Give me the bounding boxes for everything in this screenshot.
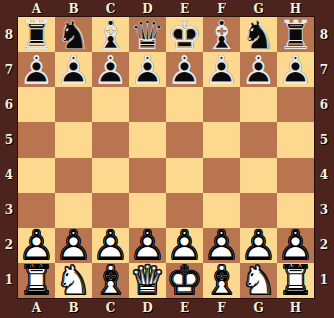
square-a8[interactable]: ♜♖ (18, 17, 55, 52)
square-g7[interactable]: ♟♙ (240, 52, 277, 87)
pawn-glyph-outline: ♙ (55, 52, 92, 87)
rank-labels-left: 87654321 (0, 17, 18, 298)
rook-glyph-fill: ♜ (277, 263, 314, 298)
square-f6[interactable] (203, 87, 240, 122)
pawn-glyph-fill: ♟ (277, 52, 314, 87)
rook-glyph-outline: ♖ (18, 17, 55, 52)
pawn-glyph-outline: ♙ (92, 52, 129, 87)
square-h2[interactable]: ♟♙ (277, 228, 314, 263)
black-pawn[interactable]: ♟♙ (18, 52, 55, 87)
pawn-glyph-outline: ♙ (92, 228, 129, 263)
square-e8[interactable]: ♚♔ (166, 17, 203, 52)
queen-glyph-outline: ♕ (129, 17, 166, 52)
queen-glyph-fill: ♛ (129, 17, 166, 52)
square-d3[interactable] (129, 193, 166, 228)
black-queen[interactable]: ♛♕ (129, 17, 166, 52)
rank-labels-right: 87654321 (314, 17, 334, 298)
white-rook[interactable]: ♜♖ (18, 263, 55, 298)
black-rook[interactable]: ♜♖ (18, 17, 55, 52)
pawn-glyph-fill: ♟ (18, 228, 55, 263)
file-label-bottom-h: H (277, 298, 314, 318)
rank-label-right-7: 7 (314, 52, 334, 87)
file-label-top-e: E (166, 0, 203, 17)
pawn-glyph-outline: ♙ (18, 52, 55, 87)
square-e3[interactable] (166, 193, 203, 228)
square-h5[interactable] (277, 122, 314, 157)
rank-label-left-8: 8 (0, 17, 18, 52)
file-label-bottom-a: A (18, 298, 55, 318)
square-h8[interactable]: ♜♖ (277, 17, 314, 52)
square-h7[interactable]: ♟♙ (277, 52, 314, 87)
pawn-glyph-outline: ♙ (240, 228, 277, 263)
white-queen[interactable]: ♛♕ (129, 263, 166, 298)
file-label-top-b: B (55, 0, 92, 17)
square-f2[interactable]: ♟♙ (203, 228, 240, 263)
square-f8[interactable]: ♝♗ (203, 17, 240, 52)
square-d8[interactable]: ♛♕ (129, 17, 166, 52)
white-pawn[interactable]: ♟♙ (166, 228, 203, 263)
rook-glyph-outline: ♖ (277, 263, 314, 298)
square-c6[interactable] (92, 87, 129, 122)
king-glyph-outline: ♔ (166, 17, 203, 52)
square-c2[interactable]: ♟♙ (92, 228, 129, 263)
bishop-glyph-outline: ♗ (92, 17, 129, 52)
square-c4[interactable] (92, 158, 129, 193)
file-labels-top: ABCDEFGH (18, 0, 314, 17)
pawn-glyph-outline: ♙ (277, 228, 314, 263)
square-a5[interactable] (18, 122, 55, 157)
white-knight[interactable]: ♞♘ (55, 263, 92, 298)
square-d6[interactable] (129, 87, 166, 122)
white-pawn[interactable]: ♟♙ (129, 228, 166, 263)
pawn-glyph-outline: ♙ (129, 52, 166, 87)
knight-glyph-fill: ♞ (55, 263, 92, 298)
square-b5[interactable] (55, 122, 92, 157)
square-h4[interactable] (277, 158, 314, 193)
pawn-glyph-fill: ♟ (55, 228, 92, 263)
queen-glyph-fill: ♛ (129, 263, 166, 298)
pawn-glyph-fill: ♟ (92, 228, 129, 263)
square-c7[interactable]: ♟♙ (92, 52, 129, 87)
square-h1[interactable]: ♜♖ (277, 263, 314, 298)
bishop-glyph-fill: ♝ (92, 17, 129, 52)
rank-label-left-6: 6 (0, 87, 18, 122)
square-d2[interactable]: ♟♙ (129, 228, 166, 263)
square-b7[interactable]: ♟♙ (55, 52, 92, 87)
pawn-glyph-outline: ♙ (240, 52, 277, 87)
file-label-top-c: C (92, 0, 129, 17)
square-d7[interactable]: ♟♙ (129, 52, 166, 87)
black-pawn[interactable]: ♟♙ (129, 52, 166, 87)
pawn-glyph-fill: ♟ (240, 228, 277, 263)
file-label-bottom-d: D (129, 298, 166, 318)
knight-glyph-fill: ♞ (240, 263, 277, 298)
knight-glyph-fill: ♞ (240, 17, 277, 52)
square-b2[interactable]: ♟♙ (55, 228, 92, 263)
pawn-glyph-fill: ♟ (166, 228, 203, 263)
rook-glyph-fill: ♜ (18, 263, 55, 298)
black-king[interactable]: ♚♔ (166, 17, 203, 52)
king-glyph-fill: ♚ (166, 17, 203, 52)
square-e1[interactable]: ♚♔ (166, 263, 203, 298)
square-b6[interactable] (55, 87, 92, 122)
rank-label-right-5: 5 (314, 122, 334, 157)
square-e5[interactable] (166, 122, 203, 157)
black-pawn[interactable]: ♟♙ (277, 52, 314, 87)
pawn-glyph-fill: ♟ (240, 52, 277, 87)
square-a6[interactable] (18, 87, 55, 122)
knight-glyph-fill: ♞ (55, 17, 92, 52)
black-pawn[interactable]: ♟♙ (203, 52, 240, 87)
bishop-glyph-fill: ♝ (203, 263, 240, 298)
knight-glyph-outline: ♘ (240, 263, 277, 298)
file-label-top-h: H (277, 0, 314, 17)
square-g3[interactable] (240, 193, 277, 228)
rank-label-right-6: 6 (314, 87, 334, 122)
square-h6[interactable] (277, 87, 314, 122)
white-bishop[interactable]: ♝♗ (92, 263, 129, 298)
pawn-glyph-fill: ♟ (55, 52, 92, 87)
square-f3[interactable] (203, 193, 240, 228)
black-pawn[interactable]: ♟♙ (240, 52, 277, 87)
rank-label-left-7: 7 (0, 52, 18, 87)
black-rook[interactable]: ♜♖ (277, 17, 314, 52)
bishop-glyph-fill: ♝ (92, 263, 129, 298)
pawn-glyph-fill: ♟ (203, 52, 240, 87)
rank-label-left-2: 2 (0, 228, 18, 263)
black-knight[interactable]: ♞♘ (55, 17, 92, 52)
rank-label-right-3: 3 (314, 193, 334, 228)
square-b1[interactable]: ♞♘ (55, 263, 92, 298)
rook-glyph-fill: ♜ (18, 17, 55, 52)
square-b3[interactable] (55, 193, 92, 228)
rank-label-right-8: 8 (314, 17, 334, 52)
file-label-top-a: A (18, 0, 55, 17)
pawn-glyph-fill: ♟ (166, 52, 203, 87)
pawn-glyph-fill: ♟ (277, 228, 314, 263)
file-label-bottom-f: F (203, 298, 240, 318)
square-e7[interactable]: ♟♙ (166, 52, 203, 87)
file-label-top-f: F (203, 0, 240, 17)
square-g8[interactable]: ♞♘ (240, 17, 277, 52)
white-knight[interactable]: ♞♘ (240, 263, 277, 298)
file-label-top-d: D (129, 0, 166, 17)
square-g2[interactable]: ♟♙ (240, 228, 277, 263)
file-label-bottom-g: G (240, 298, 277, 318)
white-pawn[interactable]: ♟♙ (92, 228, 129, 263)
square-e2[interactable]: ♟♙ (166, 228, 203, 263)
pawn-glyph-outline: ♙ (129, 228, 166, 263)
pawn-glyph-outline: ♙ (18, 228, 55, 263)
rank-label-right-2: 2 (314, 228, 334, 263)
square-d5[interactable] (129, 122, 166, 157)
king-glyph-fill: ♚ (166, 263, 203, 298)
square-g1[interactable]: ♞♘ (240, 263, 277, 298)
king-glyph-outline: ♔ (166, 263, 203, 298)
pawn-glyph-outline: ♙ (277, 52, 314, 87)
pawn-glyph-fill: ♟ (18, 52, 55, 87)
bishop-glyph-fill: ♝ (203, 17, 240, 52)
square-b4[interactable] (55, 158, 92, 193)
square-c3[interactable] (92, 193, 129, 228)
white-pawn[interactable]: ♟♙ (203, 228, 240, 263)
bishop-glyph-outline: ♗ (203, 263, 240, 298)
white-pawn[interactable]: ♟♙ (277, 228, 314, 263)
black-bishop[interactable]: ♝♗ (203, 17, 240, 52)
rook-glyph-fill: ♜ (277, 17, 314, 52)
file-label-bottom-c: C (92, 298, 129, 318)
knight-glyph-outline: ♘ (55, 263, 92, 298)
file-label-bottom-e: E (166, 298, 203, 318)
chess-board[interactable]: ♜♖♞♘♝♗♛♕♚♔♝♗♞♘♜♖♟♙♟♙♟♙♟♙♟♙♟♙♟♙♟♙♟♙♟♙♟♙♟♙… (18, 17, 314, 298)
square-a4[interactable] (18, 158, 55, 193)
rank-label-left-4: 4 (0, 158, 18, 193)
square-f1[interactable]: ♝♗ (203, 263, 240, 298)
square-c1[interactable]: ♝♗ (92, 263, 129, 298)
pawn-glyph-fill: ♟ (92, 52, 129, 87)
square-d4[interactable] (129, 158, 166, 193)
rank-label-right-4: 4 (314, 158, 334, 193)
queen-glyph-outline: ♕ (129, 263, 166, 298)
square-g6[interactable] (240, 87, 277, 122)
black-bishop[interactable]: ♝♗ (92, 17, 129, 52)
pawn-glyph-fill: ♟ (129, 52, 166, 87)
square-f4[interactable] (203, 158, 240, 193)
pawn-glyph-outline: ♙ (203, 228, 240, 263)
square-h3[interactable] (277, 193, 314, 228)
square-a2[interactable]: ♟♙ (18, 228, 55, 263)
white-bishop[interactable]: ♝♗ (203, 263, 240, 298)
rank-label-left-1: 1 (0, 263, 18, 298)
square-g4[interactable] (240, 158, 277, 193)
white-pawn[interactable]: ♟♙ (55, 228, 92, 263)
file-labels-bottom: ABCDEFGH (18, 298, 314, 318)
rook-glyph-outline: ♖ (18, 263, 55, 298)
bishop-glyph-outline: ♗ (203, 17, 240, 52)
black-pawn[interactable]: ♟♙ (166, 52, 203, 87)
white-rook[interactable]: ♜♖ (277, 263, 314, 298)
knight-glyph-outline: ♘ (240, 17, 277, 52)
square-f5[interactable] (203, 122, 240, 157)
rook-glyph-outline: ♖ (277, 17, 314, 52)
square-a1[interactable]: ♜♖ (18, 263, 55, 298)
square-a3[interactable] (18, 193, 55, 228)
black-pawn[interactable]: ♟♙ (55, 52, 92, 87)
chess-board-window: ABCDEFGH ABCDEFGH 87654321 87654321 ♜♖♞♘… (0, 0, 334, 318)
pawn-glyph-outline: ♙ (166, 228, 203, 263)
white-pawn[interactable]: ♟♙ (240, 228, 277, 263)
rank-label-right-1: 1 (314, 263, 334, 298)
square-e4[interactable] (166, 158, 203, 193)
square-c8[interactable]: ♝♗ (92, 17, 129, 52)
square-d1[interactable]: ♛♕ (129, 263, 166, 298)
bishop-glyph-outline: ♗ (92, 263, 129, 298)
square-e6[interactable] (166, 87, 203, 122)
square-c5[interactable] (92, 122, 129, 157)
square-g5[interactable] (240, 122, 277, 157)
pawn-glyph-outline: ♙ (203, 52, 240, 87)
pawn-glyph-outline: ♙ (55, 228, 92, 263)
square-a7[interactable]: ♟♙ (18, 52, 55, 87)
black-knight[interactable]: ♞♘ (240, 17, 277, 52)
square-f7[interactable]: ♟♙ (203, 52, 240, 87)
pawn-glyph-fill: ♟ (129, 228, 166, 263)
file-label-bottom-b: B (55, 298, 92, 318)
pawn-glyph-outline: ♙ (166, 52, 203, 87)
white-pawn[interactable]: ♟♙ (18, 228, 55, 263)
rank-label-left-3: 3 (0, 193, 18, 228)
file-label-top-g: G (240, 0, 277, 17)
square-b8[interactable]: ♞♘ (55, 17, 92, 52)
black-pawn[interactable]: ♟♙ (92, 52, 129, 87)
pawn-glyph-fill: ♟ (203, 228, 240, 263)
knight-glyph-outline: ♘ (55, 17, 92, 52)
rank-label-left-5: 5 (0, 122, 18, 157)
white-king[interactable]: ♚♔ (166, 263, 203, 298)
